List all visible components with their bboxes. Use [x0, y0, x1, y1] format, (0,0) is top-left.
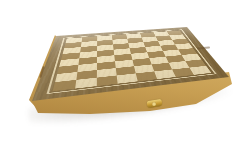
square-a3	[57, 65, 78, 74]
square-h7	[169, 34, 186, 39]
square-g6	[158, 40, 175, 46]
square-b3	[77, 63, 97, 72]
square-e8	[126, 33, 141, 38]
square-g1	[172, 68, 194, 77]
square-c8	[97, 35, 112, 41]
square-b6	[80, 46, 97, 53]
square-a7	[64, 42, 81, 48]
square-a5	[61, 52, 80, 60]
square-e6	[128, 42, 145, 48]
square-b1	[75, 78, 97, 89]
square-f7	[142, 36, 158, 42]
square-g2	[169, 61, 190, 69]
square-h8	[167, 30, 183, 35]
square-a2	[55, 72, 77, 82]
square-a6	[63, 47, 81, 54]
chessboard-product-photo	[0, 0, 240, 150]
square-f6	[143, 41, 160, 47]
square-d6	[113, 43, 130, 49]
square-f1	[154, 69, 176, 79]
square-c4	[97, 55, 115, 63]
square-c5	[97, 50, 114, 57]
square-h5	[175, 43, 193, 49]
square-h2	[185, 59, 206, 67]
square-b8	[82, 36, 98, 42]
square-g8	[154, 31, 170, 36]
square-e7	[127, 38, 143, 44]
square-f4	[147, 51, 166, 58]
square-c6	[97, 44, 113, 51]
square-g5	[160, 44, 178, 50]
board-squares	[53, 30, 212, 91]
square-a1	[53, 80, 77, 91]
square-d8	[112, 34, 127, 39]
square-h1	[189, 66, 211, 75]
square-c1	[97, 75, 118, 86]
square-e5	[130, 47, 148, 54]
square-c2	[97, 68, 117, 78]
square-c7	[97, 40, 113, 46]
square-f5	[145, 46, 163, 53]
square-f2	[152, 63, 172, 72]
square-c3	[97, 61, 116, 70]
square-h6	[172, 39, 189, 45]
square-a8	[66, 37, 83, 43]
square-b4	[78, 57, 97, 65]
square-d3	[115, 60, 134, 68]
square-b2	[76, 70, 97, 80]
clasp-knob	[152, 101, 157, 106]
square-b5	[79, 51, 97, 58]
square-e2	[134, 64, 154, 73]
square-g3	[166, 55, 186, 63]
square-f3	[149, 57, 168, 65]
square-d7	[112, 39, 128, 45]
square-a4	[59, 58, 79, 66]
square-d4	[114, 54, 132, 62]
square-d2	[116, 66, 136, 75]
square-e1	[136, 71, 157, 81]
square-h3	[182, 54, 202, 61]
square-d5	[114, 48, 131, 55]
square-h4	[178, 48, 197, 55]
square-g4	[163, 50, 182, 57]
square-d1	[117, 73, 138, 83]
square-f8	[140, 32, 156, 37]
square-e4	[131, 52, 149, 59]
square-b7	[81, 41, 97, 47]
square-g7	[156, 35, 172, 40]
square-e3	[132, 58, 151, 66]
